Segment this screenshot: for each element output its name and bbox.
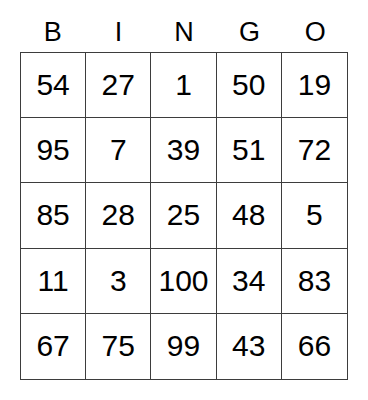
bingo-cell-r2c3[interactable]: 39 [151,118,216,183]
bingo-header-letter-b: B [20,19,86,52]
bingo-card: BINGO 5427150199573951728528254851131003… [20,0,348,380]
bingo-cell-r1c1[interactable]: 54 [21,53,86,118]
bingo-header-letter-g: G [217,19,283,52]
bingo-cell-r5c1[interactable]: 67 [21,314,86,379]
bingo-cell-r1c4[interactable]: 50 [217,53,282,118]
bingo-cell-r3c1[interactable]: 85 [21,183,86,248]
bingo-cell-r1c5[interactable]: 19 [282,53,347,118]
bingo-header-letter-i: I [86,19,152,52]
bingo-cell-r4c3[interactable]: 100 [151,249,216,314]
bingo-cell-r2c4[interactable]: 51 [217,118,282,183]
bingo-cell-r2c5[interactable]: 72 [282,118,347,183]
bingo-cell-r5c4[interactable]: 43 [217,314,282,379]
bingo-cell-r3c2[interactable]: 28 [86,183,151,248]
bingo-cell-r5c3[interactable]: 99 [151,314,216,379]
bingo-cell-r3c5[interactable]: 5 [282,183,347,248]
bingo-header-letter-o: O [282,19,348,52]
bingo-cell-r2c2[interactable]: 7 [86,118,151,183]
bingo-cell-r3c3[interactable]: 25 [151,183,216,248]
bingo-cell-r4c4[interactable]: 34 [217,249,282,314]
bingo-cell-r2c1[interactable]: 95 [21,118,86,183]
bingo-cell-r4c2[interactable]: 3 [86,249,151,314]
bingo-cell-r4c1[interactable]: 11 [21,249,86,314]
bingo-cell-r5c2[interactable]: 75 [86,314,151,379]
bingo-cell-r4c5[interactable]: 83 [282,249,347,314]
bingo-cell-r1c3[interactable]: 1 [151,53,216,118]
bingo-cell-r1c2[interactable]: 27 [86,53,151,118]
bingo-page: BINGO 5427150199573951728528254851131003… [0,0,368,400]
bingo-header-letter-n: N [151,19,217,52]
bingo-cell-r3c4[interactable]: 48 [217,183,282,248]
bingo-grid: 5427150199573951728528254851131003483677… [20,52,348,380]
bingo-cell-r5c5[interactable]: 66 [282,314,347,379]
bingo-header-row: BINGO [20,0,348,52]
